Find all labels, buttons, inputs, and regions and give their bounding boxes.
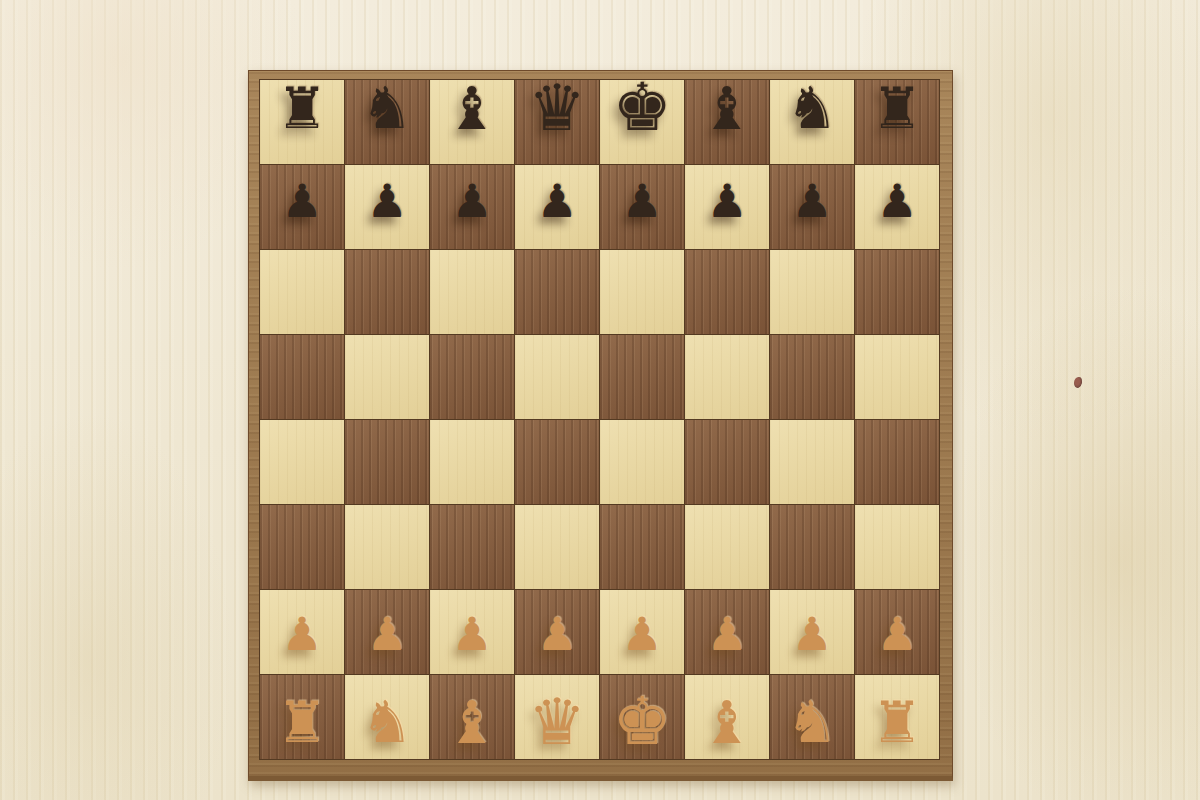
square-d8[interactable]: ♛ <box>515 80 599 164</box>
square-d3[interactable] <box>515 505 599 589</box>
white-pawn-e2[interactable]: ♟ <box>621 611 662 657</box>
square-e3[interactable] <box>600 505 684 589</box>
white-pawn-d2[interactable]: ♟ <box>536 611 577 657</box>
square-a6[interactable] <box>260 250 344 334</box>
white-pawn-b2[interactable]: ♟ <box>366 611 407 657</box>
black-pawn-c7[interactable]: ♟ <box>451 178 492 224</box>
square-a8[interactable]: ♜ <box>260 80 344 164</box>
square-a5[interactable] <box>260 335 344 419</box>
white-rook-a1[interactable]: ♜ <box>276 694 327 751</box>
square-c5[interactable] <box>430 335 514 419</box>
square-e5[interactable] <box>600 335 684 419</box>
square-f8[interactable]: ♝ <box>685 80 769 164</box>
white-pawn-c2[interactable]: ♟ <box>451 611 492 657</box>
square-a2[interactable]: ♟ <box>260 590 344 674</box>
wood-knot-icon <box>1074 377 1082 388</box>
square-c1[interactable]: ♝ <box>430 675 514 759</box>
square-d4[interactable] <box>515 420 599 504</box>
white-pawn-f2[interactable]: ♟ <box>706 611 747 657</box>
square-h5[interactable] <box>855 335 939 419</box>
white-rook-h1[interactable]: ♜ <box>871 694 922 751</box>
white-knight-g1[interactable]: ♞ <box>786 693 838 751</box>
black-pawn-e7[interactable]: ♟ <box>621 178 662 224</box>
square-g8[interactable]: ♞ <box>770 80 854 164</box>
black-pawn-b7[interactable]: ♟ <box>366 178 407 224</box>
square-c2[interactable]: ♟ <box>430 590 514 674</box>
black-king-e8[interactable]: ♚ <box>612 75 671 141</box>
square-d1[interactable]: ♛ <box>515 675 599 759</box>
white-king-e1[interactable]: ♚ <box>612 689 671 755</box>
square-g7[interactable]: ♟ <box>770 165 854 249</box>
square-b8[interactable]: ♞ <box>345 80 429 164</box>
black-pawn-d7[interactable]: ♟ <box>536 178 577 224</box>
square-d7[interactable]: ♟ <box>515 165 599 249</box>
white-pawn-h2[interactable]: ♟ <box>876 611 917 657</box>
square-d2[interactable]: ♟ <box>515 590 599 674</box>
black-bishop-f8[interactable]: ♝ <box>701 79 754 138</box>
square-b6[interactable] <box>345 250 429 334</box>
square-b4[interactable] <box>345 420 429 504</box>
square-g6[interactable] <box>770 250 854 334</box>
chess-board: ♜♞♝♛♚♝♞♜♟♟♟♟♟♟♟♟♟♟♟♟♟♟♟♟♜♞♝♛♚♝♞♜ <box>248 70 953 781</box>
square-e7[interactable]: ♟ <box>600 165 684 249</box>
square-c8[interactable]: ♝ <box>430 80 514 164</box>
black-pawn-h7[interactable]: ♟ <box>876 178 917 224</box>
square-h6[interactable] <box>855 250 939 334</box>
white-pawn-a2[interactable]: ♟ <box>281 611 322 657</box>
board-seam-frame: ♜♞♝♛♚♝♞♜♟♟♟♟♟♟♟♟♟♟♟♟♟♟♟♟♜♞♝♛♚♝♞♜ <box>259 79 940 760</box>
square-c6[interactable] <box>430 250 514 334</box>
black-knight-g8[interactable]: ♞ <box>786 79 838 137</box>
square-h3[interactable] <box>855 505 939 589</box>
square-b5[interactable] <box>345 335 429 419</box>
square-f4[interactable] <box>685 420 769 504</box>
square-g1[interactable]: ♞ <box>770 675 854 759</box>
black-rook-h8[interactable]: ♜ <box>871 80 922 137</box>
white-bishop-c1[interactable]: ♝ <box>446 693 499 752</box>
white-queen-d1[interactable]: ♛ <box>528 690 585 754</box>
square-h1[interactable]: ♜ <box>855 675 939 759</box>
square-c3[interactable] <box>430 505 514 589</box>
square-b7[interactable]: ♟ <box>345 165 429 249</box>
square-e1[interactable]: ♚ <box>600 675 684 759</box>
square-e4[interactable] <box>600 420 684 504</box>
square-c4[interactable] <box>430 420 514 504</box>
black-queen-d8[interactable]: ♛ <box>528 76 585 140</box>
square-f5[interactable] <box>685 335 769 419</box>
square-g2[interactable]: ♟ <box>770 590 854 674</box>
square-c7[interactable]: ♟ <box>430 165 514 249</box>
square-h4[interactable] <box>855 420 939 504</box>
square-d5[interactable] <box>515 335 599 419</box>
square-f2[interactable]: ♟ <box>685 590 769 674</box>
square-a1[interactable]: ♜ <box>260 675 344 759</box>
black-pawn-f7[interactable]: ♟ <box>706 178 747 224</box>
black-rook-a8[interactable]: ♜ <box>276 80 327 137</box>
white-pawn-g2[interactable]: ♟ <box>791 611 832 657</box>
square-b2[interactable]: ♟ <box>345 590 429 674</box>
square-g5[interactable] <box>770 335 854 419</box>
square-a3[interactable] <box>260 505 344 589</box>
black-knight-b8[interactable]: ♞ <box>361 79 413 137</box>
square-f6[interactable] <box>685 250 769 334</box>
square-b3[interactable] <box>345 505 429 589</box>
square-f7[interactable]: ♟ <box>685 165 769 249</box>
square-h7[interactable]: ♟ <box>855 165 939 249</box>
square-e8[interactable]: ♚ <box>600 80 684 164</box>
square-e6[interactable] <box>600 250 684 334</box>
square-e2[interactable]: ♟ <box>600 590 684 674</box>
square-h8[interactable]: ♜ <box>855 80 939 164</box>
square-h2[interactable]: ♟ <box>855 590 939 674</box>
square-g3[interactable] <box>770 505 854 589</box>
white-bishop-f1[interactable]: ♝ <box>701 693 754 752</box>
square-a7[interactable]: ♟ <box>260 165 344 249</box>
square-f1[interactable]: ♝ <box>685 675 769 759</box>
black-pawn-a7[interactable]: ♟ <box>281 178 322 224</box>
square-f3[interactable] <box>685 505 769 589</box>
white-knight-b1[interactable]: ♞ <box>361 693 413 751</box>
black-pawn-g7[interactable]: ♟ <box>791 178 832 224</box>
board-grid: ♜♞♝♛♚♝♞♜♟♟♟♟♟♟♟♟♟♟♟♟♟♟♟♟♜♞♝♛♚♝♞♜ <box>260 80 939 759</box>
square-a4[interactable] <box>260 420 344 504</box>
square-d6[interactable] <box>515 250 599 334</box>
black-bishop-c8[interactable]: ♝ <box>446 79 499 138</box>
square-g4[interactable] <box>770 420 854 504</box>
square-b1[interactable]: ♞ <box>345 675 429 759</box>
